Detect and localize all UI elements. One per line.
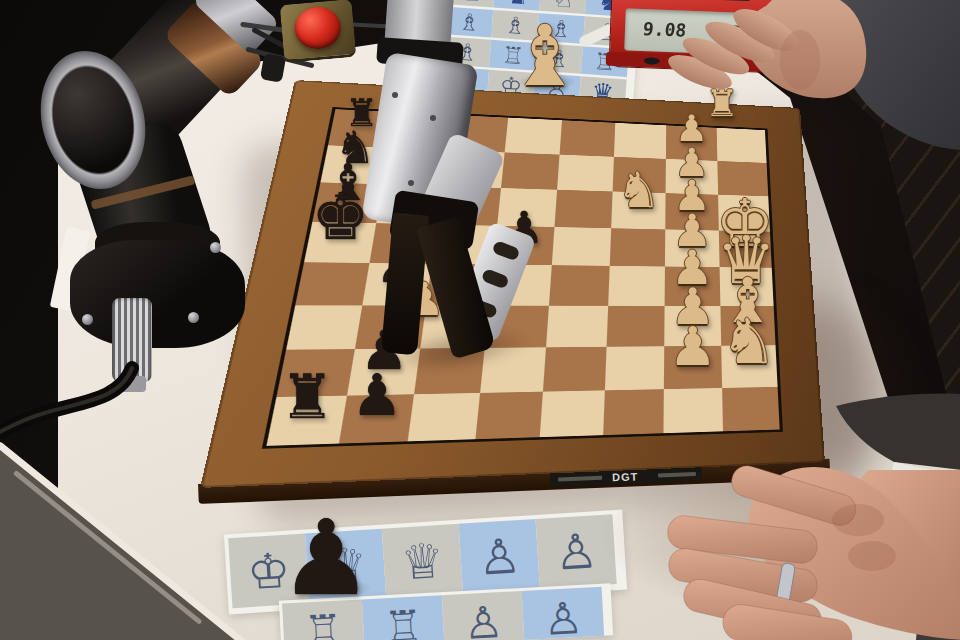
piece-white-knight-f3[interactable]: ♞ bbox=[617, 167, 661, 216]
piece-white-pawn-b2[interactable]: ♟ bbox=[669, 320, 717, 374]
square-h4[interactable] bbox=[560, 120, 615, 156]
square-a1[interactable] bbox=[722, 386, 780, 431]
piece-white-pawn[interactable]: ♟ bbox=[403, 276, 444, 322]
square-f6[interactable] bbox=[437, 186, 500, 225]
square-f4[interactable] bbox=[554, 190, 612, 228]
square-g4[interactable] bbox=[557, 154, 613, 191]
card-symbol-b: ♗ bbox=[457, 8, 481, 36]
square-c4[interactable] bbox=[546, 305, 608, 347]
card-symbol-q: ♕ bbox=[399, 532, 445, 591]
clock-indicator bbox=[690, 41, 697, 47]
square-c8[interactable] bbox=[286, 305, 362, 350]
card-symbol-p: ♙ bbox=[476, 527, 522, 586]
square-a5[interactable] bbox=[475, 391, 543, 439]
clock-rocker[interactable] bbox=[642, 0, 752, 1]
square-a2[interactable] bbox=[663, 388, 722, 434]
piece-white-bishop[interactable]: ♝ bbox=[507, 14, 582, 98]
square-f7[interactable] bbox=[376, 184, 443, 224]
chess-clock[interactable]: 9.08 8.27 bbox=[609, 0, 780, 73]
card-symbol-r: ♖ bbox=[382, 600, 424, 640]
square-b4[interactable] bbox=[543, 347, 606, 391]
card-cell: ♙ bbox=[442, 591, 525, 640]
square-c3[interactable] bbox=[606, 305, 665, 346]
scene: DGT ♜♚♝♞♜♟♟♟♟♞♝♛♚♞♟♟♟♟♟♟♟♜♟♝♟ ♘♞♘♞♗♗♗♗♗♖… bbox=[0, 0, 960, 640]
card-cell: ♙ bbox=[522, 587, 605, 640]
square-h7[interactable] bbox=[388, 112, 451, 150]
clock-button[interactable] bbox=[686, 59, 702, 67]
square-d5[interactable] bbox=[488, 264, 551, 305]
square-h3[interactable] bbox=[613, 123, 666, 159]
square-d4[interactable] bbox=[549, 265, 609, 305]
square-d3[interactable] bbox=[608, 266, 665, 306]
square-a3[interactable] bbox=[603, 389, 664, 435]
square-a6[interactable] bbox=[408, 393, 480, 442]
square-g7[interactable] bbox=[382, 147, 447, 186]
card-cell: ♕ bbox=[382, 524, 463, 599]
clock-button[interactable] bbox=[728, 60, 744, 68]
square-h1[interactable] bbox=[716, 128, 766, 163]
clock-button[interactable] bbox=[644, 57, 660, 65]
dgt-logo: DGT bbox=[612, 470, 639, 483]
square-g5[interactable] bbox=[500, 152, 559, 190]
card-cell: ♙ bbox=[459, 519, 540, 594]
piece-black-pawn-a7[interactable]: ♟ bbox=[351, 368, 403, 425]
piece-black-rook-a8[interactable]: ♜ bbox=[280, 366, 335, 427]
piece-white-rook[interactable]: ♜ bbox=[705, 86, 738, 123]
emergency-stop-button[interactable] bbox=[293, 5, 342, 51]
square-e4[interactable] bbox=[552, 227, 611, 266]
clock-display: 9.08 8.27 bbox=[624, 8, 764, 55]
card-symbol-p: ♙ bbox=[462, 596, 504, 640]
piece-black-pawn[interactable]: ♟ bbox=[279, 506, 372, 610]
clock-time-right: 8.27 bbox=[708, 21, 754, 44]
card-symbol-p: ♙ bbox=[553, 522, 599, 581]
square-e3[interactable] bbox=[609, 228, 665, 267]
card-symbol-b: ♗ bbox=[455, 38, 479, 66]
fine-print bbox=[558, 476, 602, 482]
card-cell: ♗ bbox=[443, 37, 491, 68]
piece-black-king-e8[interactable]: ♚ bbox=[312, 185, 370, 250]
hand-shadow bbox=[600, 460, 920, 610]
card-symbol-p: ♙ bbox=[542, 591, 584, 640]
square-a4[interactable] bbox=[540, 390, 605, 437]
emergency-stop-box bbox=[280, 0, 357, 63]
square-d8[interactable] bbox=[295, 262, 369, 305]
square-g6[interactable] bbox=[442, 150, 504, 188]
piece-black-pawn-e5[interactable]: ♟ bbox=[504, 206, 544, 250]
square-h5[interactable] bbox=[504, 118, 562, 155]
clock-time-left: 9.08 bbox=[642, 18, 688, 41]
card-symbol-n: ♘ bbox=[459, 0, 483, 6]
card-cell: ♗ bbox=[445, 7, 493, 38]
square-e6[interactable] bbox=[432, 224, 497, 264]
square-h6[interactable] bbox=[447, 115, 508, 152]
piece-white-knight-b1[interactable]: ♞ bbox=[721, 311, 777, 374]
card-cell: ♖ bbox=[362, 595, 445, 640]
square-b3[interactable] bbox=[604, 346, 664, 390]
